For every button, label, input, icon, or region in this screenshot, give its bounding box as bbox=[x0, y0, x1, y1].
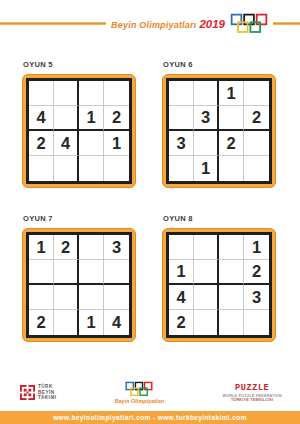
cell-r2c3-empty[interactable] bbox=[79, 260, 104, 285]
cell-r3c1-given[interactable]: 3 bbox=[169, 131, 194, 156]
cell-r2c3-empty[interactable] bbox=[219, 260, 244, 285]
cell-r2c4-empty[interactable] bbox=[104, 260, 129, 285]
cell-r3c3-empty[interactable] bbox=[219, 285, 244, 310]
sudoku-board-7: 123214 bbox=[26, 232, 132, 338]
cell-r2c1-empty[interactable] bbox=[29, 260, 54, 285]
board-frame: 132321 bbox=[162, 74, 276, 188]
cell-r3c2-empty[interactable] bbox=[194, 131, 219, 156]
board-frame: 112432 bbox=[162, 228, 276, 342]
cell-r3c2-given[interactable]: 4 bbox=[54, 131, 79, 156]
cell-r2c4-given[interactable]: 2 bbox=[244, 260, 269, 285]
cell-r4c1-empty[interactable] bbox=[29, 156, 54, 181]
cell-r4c1-given[interactable]: 2 bbox=[29, 310, 54, 335]
cell-r2c3-given[interactable]: 1 bbox=[79, 106, 104, 131]
brain-qr-icon bbox=[20, 385, 35, 400]
cell-r1c3-empty[interactable] bbox=[219, 235, 244, 260]
beyin-olimpiyatlari-logo: Beyin Olimpiyatları bbox=[115, 381, 165, 404]
olympic-squares-icon-small bbox=[125, 381, 153, 397]
puzzle-label: OYUN 7 bbox=[23, 214, 138, 223]
sudoku-board-5: 412241 bbox=[26, 78, 132, 184]
footer-logos: TÜRK BEYİN TAKIMI Beyin Olimpiyatları PU… bbox=[0, 381, 300, 411]
header-rule-right bbox=[273, 22, 300, 25]
cell-r2c1-given[interactable]: 1 bbox=[169, 260, 194, 285]
cell-r2c1-given[interactable]: 4 bbox=[29, 106, 54, 131]
cell-r1c2-empty[interactable] bbox=[194, 235, 219, 260]
sudoku-board-8: 112432 bbox=[166, 232, 272, 338]
puzzle-oyun-6: OYUN 6 132321 bbox=[162, 60, 278, 188]
cell-r2c4-given[interactable]: 2 bbox=[244, 106, 269, 131]
puzzle-oyun-5: OYUN 5 412241 bbox=[22, 60, 138, 188]
cell-r1c4-given[interactable]: 3 bbox=[104, 235, 129, 260]
cell-r1c1-empty[interactable] bbox=[169, 81, 194, 106]
page-header: Beyin Olimpiyatları 2019 bbox=[0, 0, 300, 34]
cell-r1c4-given[interactable]: 1 bbox=[244, 235, 269, 260]
puzzle-label: OYUN 5 bbox=[23, 60, 138, 69]
cell-r4c3-empty[interactable] bbox=[219, 310, 244, 335]
cell-r1c4-empty[interactable] bbox=[104, 81, 129, 106]
cell-r3c4-given[interactable]: 3 bbox=[244, 285, 269, 310]
cell-r4c4-given[interactable]: 4 bbox=[104, 310, 129, 335]
cell-r4c4-empty[interactable] bbox=[104, 156, 129, 181]
cell-r1c4-empty[interactable] bbox=[244, 81, 269, 106]
cell-r2c2-empty[interactable] bbox=[54, 106, 79, 131]
cell-r2c2-empty[interactable] bbox=[54, 260, 79, 285]
cell-r1c2-empty[interactable] bbox=[194, 81, 219, 106]
header-rule-left bbox=[0, 22, 106, 25]
page-title: Beyin Olimpiyatları 2019 bbox=[111, 18, 225, 30]
cell-r4c2-empty[interactable] bbox=[194, 310, 219, 335]
cell-r4c4-empty[interactable] bbox=[244, 310, 269, 335]
cell-r2c2-empty[interactable] bbox=[194, 260, 219, 285]
cell-r3c4-empty[interactable] bbox=[244, 131, 269, 156]
website-urls: www.beyinolimpiyatlari.com - www.turkbey… bbox=[53, 414, 247, 421]
cell-r1c2-empty[interactable] bbox=[54, 81, 79, 106]
cell-r2c1-empty[interactable] bbox=[169, 106, 194, 131]
cell-r3c4-empty[interactable] bbox=[104, 285, 129, 310]
puzzle-oyun-7: OYUN 7 123214 bbox=[22, 214, 138, 342]
cell-r3c3-empty[interactable] bbox=[79, 131, 104, 156]
cell-r4c1-empty[interactable] bbox=[169, 156, 194, 181]
cell-r4c2-given[interactable]: 1 bbox=[194, 156, 219, 181]
puzzle-grid-area: OYUN 5 412241 OYUN 6 132321 OYUN 7 12321… bbox=[0, 60, 300, 342]
cell-r3c3-given[interactable]: 2 bbox=[219, 131, 244, 156]
cell-r2c4-given[interactable]: 2 bbox=[104, 106, 129, 131]
cell-r3c2-empty[interactable] bbox=[194, 285, 219, 310]
center-logo-text: Beyin Olimpiyatları bbox=[115, 398, 165, 404]
wpf-line-2: TÜRKİYE TEMSİLCİSİ bbox=[231, 398, 273, 402]
cell-r3c3-empty[interactable] bbox=[79, 285, 104, 310]
cell-r4c3-given[interactable]: 1 bbox=[79, 310, 104, 335]
puzzle-label: OYUN 6 bbox=[163, 60, 278, 69]
cell-r3c1-empty[interactable] bbox=[29, 285, 54, 310]
cell-r1c1-given[interactable]: 1 bbox=[29, 235, 54, 260]
cell-r1c3-empty[interactable] bbox=[79, 81, 104, 106]
cell-r2c3-empty[interactable] bbox=[219, 106, 244, 131]
board-frame: 123214 bbox=[22, 228, 136, 342]
turk-beyin-takimi-logo: TÜRK BEYİN TAKIMI bbox=[20, 384, 56, 402]
cell-r3c2-empty[interactable] bbox=[54, 285, 79, 310]
team-name-text: TÜRK BEYİN TAKIMI bbox=[38, 384, 56, 402]
website-bar: www.beyinolimpiyatlari.com - www.turkbey… bbox=[0, 411, 300, 424]
cell-r2c2-given[interactable]: 3 bbox=[194, 106, 219, 131]
olympic-squares-icon bbox=[230, 13, 268, 34]
cell-r3c4-given[interactable]: 1 bbox=[104, 131, 129, 156]
cell-r4c2-empty[interactable] bbox=[54, 156, 79, 181]
team-line-3: TAKIMI bbox=[38, 395, 56, 401]
cell-r1c1-empty[interactable] bbox=[29, 81, 54, 106]
cell-r1c1-empty[interactable] bbox=[169, 235, 194, 260]
cell-r1c2-given[interactable]: 2 bbox=[54, 235, 79, 260]
cell-r1c3-empty[interactable] bbox=[79, 235, 104, 260]
cell-r4c1-given[interactable]: 2 bbox=[169, 310, 194, 335]
sudoku-board-6: 132321 bbox=[166, 78, 272, 184]
cell-r4c4-empty[interactable] bbox=[244, 156, 269, 181]
cell-r3c1-given[interactable]: 4 bbox=[169, 285, 194, 310]
cell-r1c3-given[interactable]: 1 bbox=[219, 81, 244, 106]
world-puzzle-federation-logo: PUZZLE WORLD PUZZLE FEDERATION TÜRKİYE T… bbox=[222, 383, 282, 402]
puzzle-oyun-8: OYUN 8 112432 bbox=[162, 214, 278, 342]
puzzle-wordmark: PUZZLE bbox=[235, 383, 269, 393]
cell-r3c1-given[interactable]: 2 bbox=[29, 131, 54, 156]
title-year: 2019 bbox=[199, 18, 225, 30]
title-script-text: Beyin Olimpiyatları bbox=[111, 20, 196, 30]
cell-r4c3-empty[interactable] bbox=[79, 156, 104, 181]
puzzle-label: OYUN 8 bbox=[163, 214, 278, 223]
board-frame: 412241 bbox=[22, 74, 136, 188]
cell-r4c3-empty[interactable] bbox=[219, 156, 244, 181]
cell-r4c2-empty[interactable] bbox=[54, 310, 79, 335]
